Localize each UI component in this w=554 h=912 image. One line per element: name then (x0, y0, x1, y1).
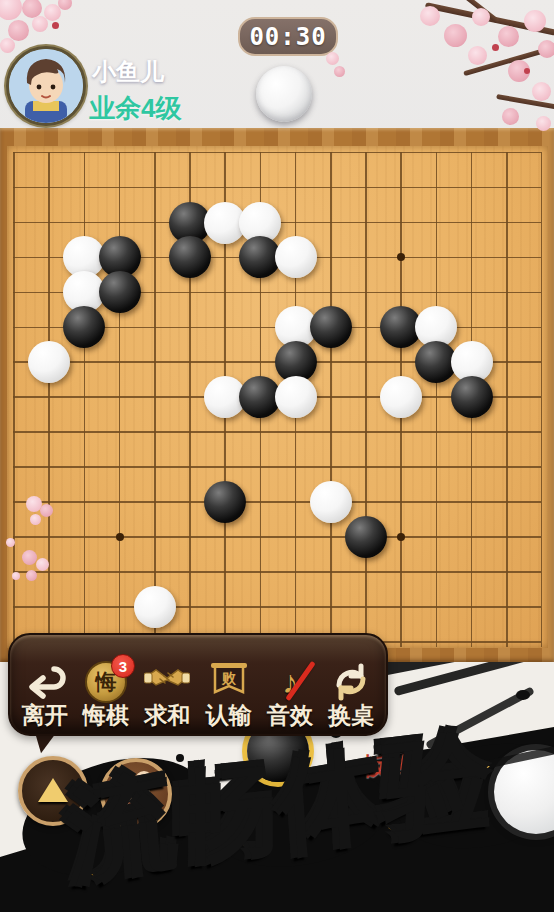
grid-line-vertical (436, 152, 438, 647)
grid-line-horizontal (13, 187, 541, 189)
stone-white (134, 586, 176, 628)
undo-button[interactable]: 悔 3 悔棋 (75, 635, 136, 734)
stone-black (451, 376, 493, 418)
stone-black (345, 516, 387, 558)
avatar[interactable] (6, 46, 86, 126)
handshake-icon (144, 660, 190, 704)
game-screen: 小鱼儿 业余4级 00:30 离开 (0, 0, 554, 912)
stone-black (310, 306, 352, 348)
grid-line-horizontal (13, 152, 541, 154)
return-arrow-icon (24, 660, 66, 704)
grid-line-horizontal (13, 501, 541, 503)
grid-line-vertical (84, 152, 86, 647)
player-name: 小鱼儿 (92, 56, 164, 88)
player-rank: 业余4级 (89, 91, 181, 126)
grid-line-vertical (119, 152, 121, 647)
turn-indicator-white-stone (256, 66, 312, 122)
avatar-boy-illustration (9, 49, 83, 123)
toolbar-bubble: 离开 悔 3 悔棋 求和 (8, 633, 388, 736)
stone-white (310, 481, 352, 523)
undo-count-badge: 3 (111, 654, 135, 678)
leave-button[interactable]: 离开 (14, 635, 75, 734)
timer-value: 00:30 (249, 23, 326, 51)
refresh-arrows-icon (331, 660, 371, 704)
move-timer: 00:30 (238, 17, 338, 56)
grid-line-horizontal (13, 536, 541, 538)
draw-offer-button[interactable]: 求和 (137, 635, 198, 734)
defeat-flag-icon: 败 (210, 660, 248, 704)
muted-note-icon: ♪ (282, 660, 298, 704)
sound-toggle-button[interactable]: ♪ 音效 (259, 635, 320, 734)
ink-speck (516, 690, 530, 700)
change-table-button[interactable]: 换桌 (321, 635, 382, 734)
star-point (116, 533, 124, 541)
grid-line-horizontal (13, 431, 541, 433)
grid-line-vertical (330, 152, 332, 647)
grid-line-horizontal (13, 606, 541, 608)
stone-white (275, 376, 317, 418)
grid-line-horizontal (13, 571, 541, 573)
stone-black (99, 271, 141, 313)
svg-text:败: 败 (221, 670, 237, 686)
resign-button[interactable]: 败 认输 (198, 635, 259, 734)
grid-line-vertical (48, 152, 50, 647)
stone-black (204, 481, 246, 523)
frame-inner-edge-line (541, 152, 543, 647)
grid-line-vertical (365, 152, 367, 647)
grid-line-horizontal (13, 466, 541, 468)
grid-line-vertical (506, 152, 508, 647)
grid-line-vertical (154, 152, 156, 647)
stone-white (275, 236, 317, 278)
